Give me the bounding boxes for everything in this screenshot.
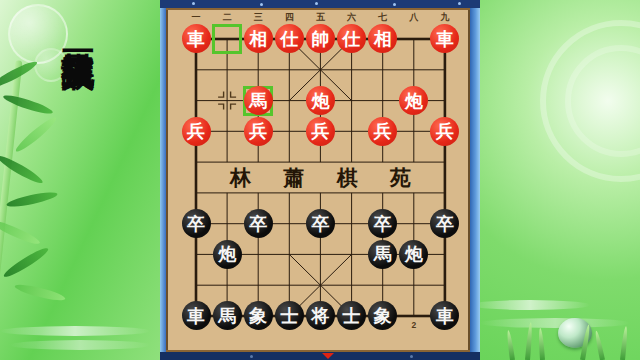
red-piece-車[interactable]: 車 (182, 24, 211, 53)
red-piece-炮[interactable]: 炮 (306, 86, 335, 115)
grass-blade (620, 326, 629, 360)
file-label-top-8: 八 (398, 11, 429, 24)
red-piece-兵[interactable]: 兵 (306, 117, 335, 146)
sparkle-decoration (315, 2, 318, 5)
water-ripple (470, 300, 590, 310)
red-marker-decoration (322, 353, 334, 359)
black-piece-馬[interactable]: 馬 (368, 240, 397, 269)
red-piece-車[interactable]: 車 (430, 24, 459, 53)
black-piece-卒[interactable]: 卒 (430, 209, 459, 238)
file-label-top-1: 一 (181, 11, 212, 24)
black-piece-卒[interactable]: 卒 (306, 209, 335, 238)
top-file-labels: 一二三四五六七八九 (181, 11, 461, 24)
sparkle-decoration (192, 2, 195, 5)
pieces-grid[interactable]: 車相仕帥仕相車馬炮炮兵兵兵兵兵卒卒卒卒卒炮馬炮車馬象士将士象車 (181, 24, 461, 332)
black-piece-象[interactable]: 象 (368, 301, 397, 330)
bamboo-leaf (0, 218, 42, 247)
red-piece-兵[interactable]: 兵 (182, 117, 211, 146)
file-label-top-9: 九 (429, 11, 460, 24)
black-piece-車[interactable]: 車 (430, 301, 459, 330)
file-label-top-6: 六 (336, 11, 367, 24)
file-label-top-2: 二 (212, 11, 243, 24)
sparkle-decoration (393, 3, 396, 6)
bottom-navy-strip (160, 352, 480, 360)
red-piece-兵[interactable]: 兵 (430, 117, 459, 146)
black-piece-士[interactable]: 士 (337, 301, 366, 330)
sparkle-decoration (260, 3, 263, 6)
black-piece-車[interactable]: 車 (182, 301, 211, 330)
black-piece-炮[interactable]: 炮 (399, 240, 428, 269)
sparkle-decoration (458, 2, 461, 5)
screenshot: 棋软让马挑战王天一 象棋软件 王天一 (0, 0, 640, 360)
black-piece-将[interactable]: 将 (306, 301, 335, 330)
bamboo-leaf (6, 190, 59, 210)
file-label-top-3: 三 (243, 11, 274, 24)
red-piece-仕[interactable]: 仕 (337, 24, 366, 53)
right-blue-edge (470, 8, 480, 352)
grass-blade (506, 330, 515, 360)
grass-blade (538, 328, 545, 360)
grass-blade (594, 330, 605, 360)
file-label-top-7: 七 (367, 11, 398, 24)
black-piece-卒[interactable]: 卒 (244, 209, 273, 238)
red-piece-帥[interactable]: 帥 (306, 24, 335, 53)
red-piece-仕[interactable]: 仕 (275, 24, 304, 53)
black-piece-象[interactable]: 象 (244, 301, 273, 330)
sparkle-decoration (410, 355, 413, 358)
black-piece-卒[interactable]: 卒 (368, 209, 397, 238)
board-panel-area: 一二三四五六七八九 987654321 林蕭棋苑 車相仕帥仕相車馬炮炮兵兵兵兵兵… (160, 0, 480, 360)
left-caption-text: 棋软让马挑战王天一 (62, 26, 95, 346)
red-piece-相[interactable]: 相 (244, 24, 273, 53)
file-label-top-5: 五 (305, 11, 336, 24)
black-piece-炮[interactable]: 炮 (213, 240, 242, 269)
bamboo-leaf (14, 282, 67, 303)
water-ripple (480, 318, 630, 328)
last-move-highlight (212, 24, 242, 54)
red-piece-兵[interactable]: 兵 (244, 117, 273, 146)
red-piece-兵[interactable]: 兵 (368, 117, 397, 146)
sparkle-decoration (250, 355, 253, 358)
red-piece-相[interactable]: 相 (368, 24, 397, 53)
left-background: 棋软让马挑战王天一 (0, 0, 160, 360)
red-piece-炮[interactable]: 炮 (399, 86, 428, 115)
bamboo-leaf (13, 114, 59, 154)
right-background: 象棋软件 王天一 (480, 0, 640, 360)
red-piece-馬[interactable]: 馬 (244, 86, 273, 115)
black-piece-馬[interactable]: 馬 (213, 301, 242, 330)
file-label-top-4: 四 (274, 11, 305, 24)
black-piece-卒[interactable]: 卒 (182, 209, 211, 238)
bamboo-leaf (2, 245, 51, 280)
top-navy-strip (160, 0, 480, 8)
xiangqi-board[interactable]: 一二三四五六七八九 987654321 林蕭棋苑 車相仕帥仕相車馬炮炮兵兵兵兵兵… (166, 8, 470, 352)
black-piece-士[interactable]: 士 (275, 301, 304, 330)
